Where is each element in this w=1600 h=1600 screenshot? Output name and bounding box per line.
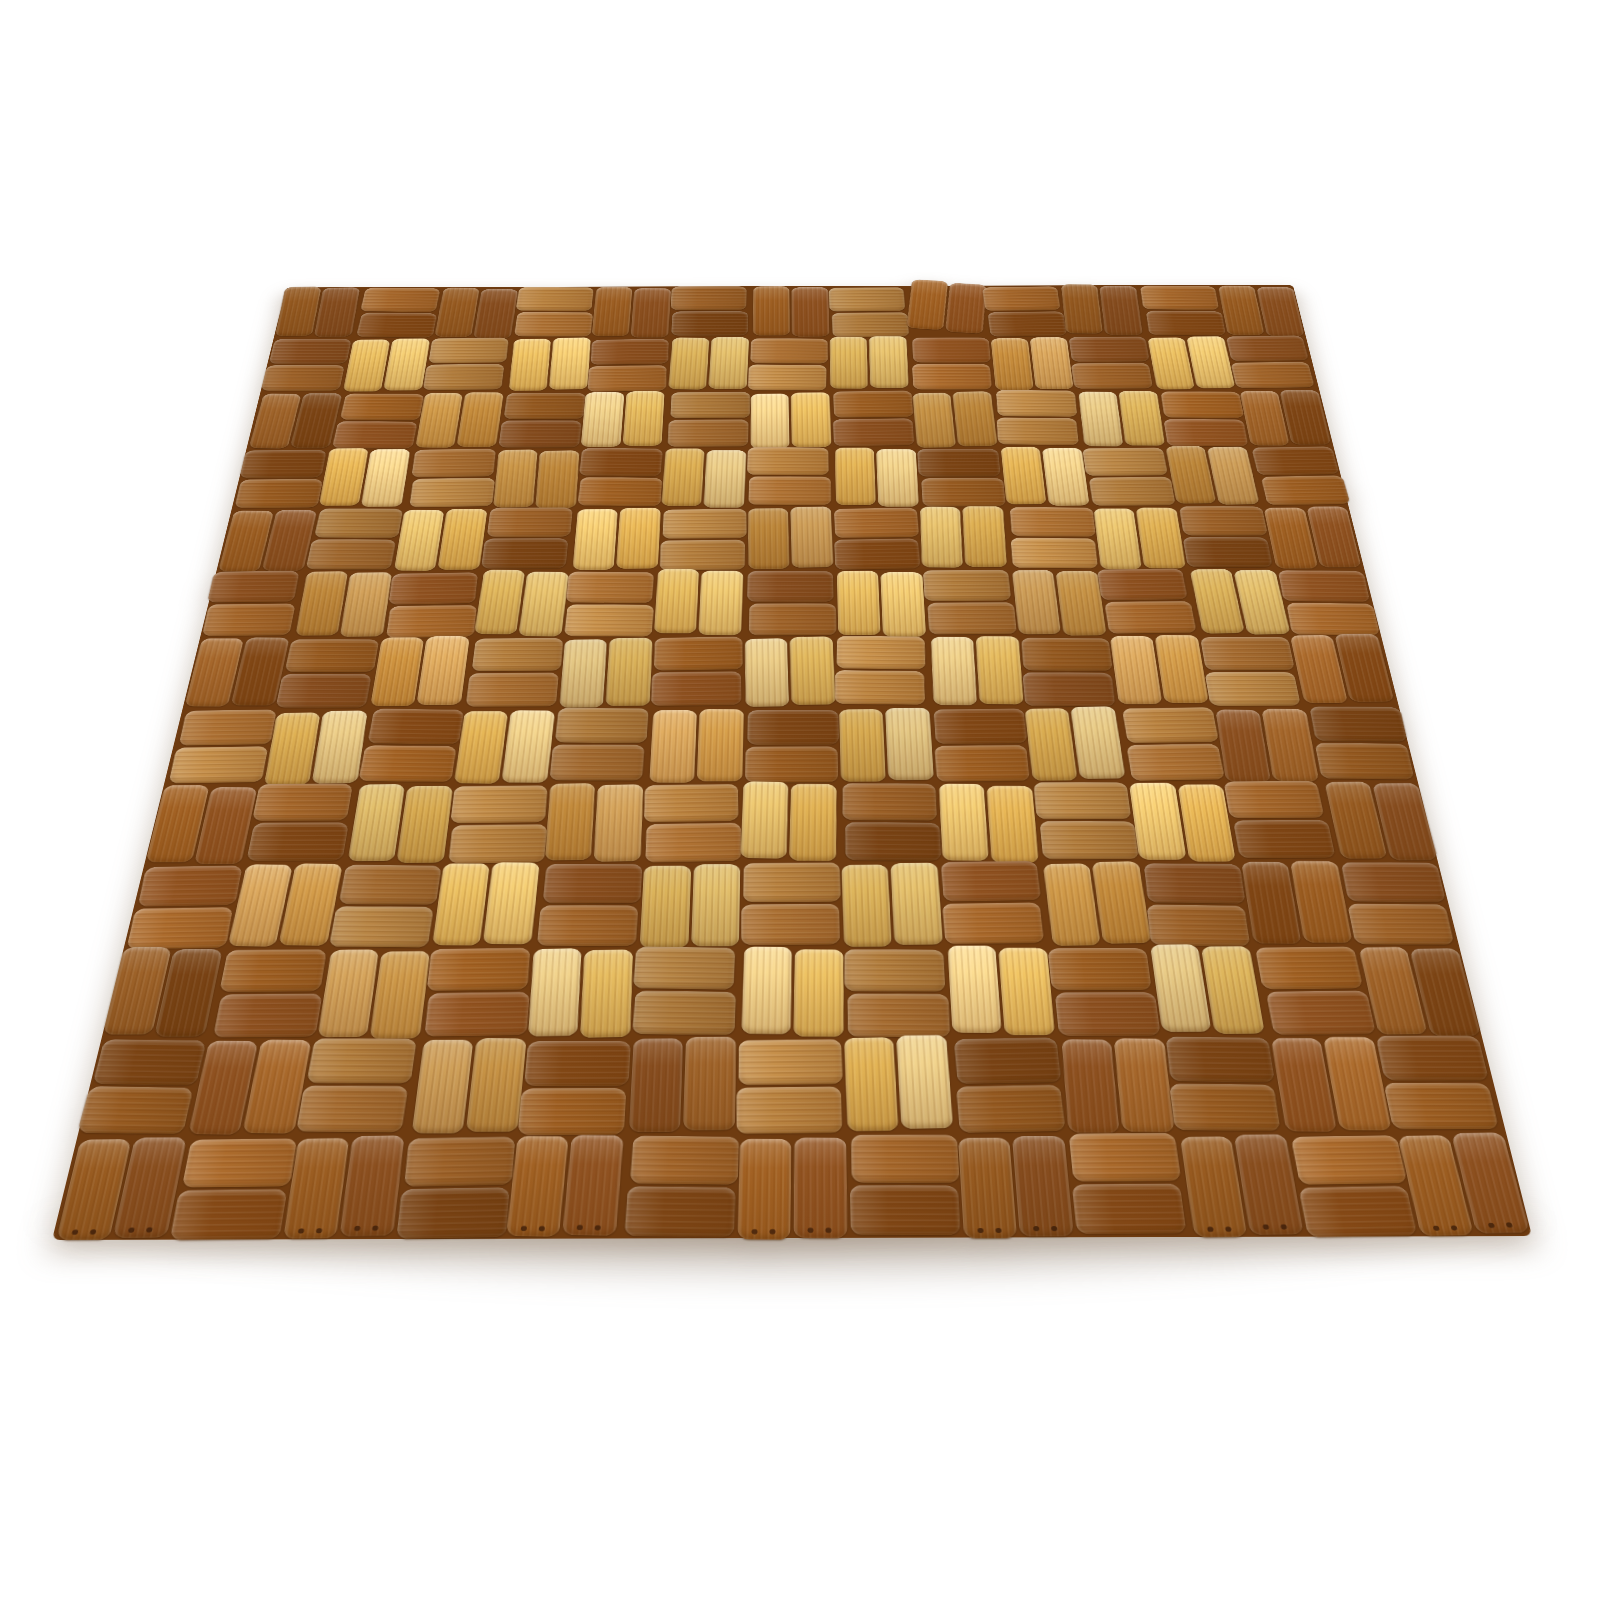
mat-cell (396, 1136, 513, 1239)
mat-cell (1066, 1133, 1186, 1234)
bamboo-slat (617, 508, 661, 569)
bamboo-slat (563, 1135, 624, 1236)
bamboo-slat (736, 1086, 842, 1134)
bamboo-slat (844, 949, 945, 992)
mat-cell (1141, 286, 1225, 336)
bamboo-slat (179, 709, 277, 745)
mat-cell (846, 949, 949, 1037)
mat-cell (508, 338, 590, 391)
mat-cell (528, 948, 633, 1038)
bamboo-slat (314, 509, 403, 539)
mat-cell (262, 339, 351, 391)
bamboo-slat (1000, 447, 1046, 505)
mat-cell (1324, 781, 1437, 859)
bamboo-slat (339, 1135, 404, 1236)
bamboo-slat (555, 708, 649, 743)
bamboo-slat (1061, 284, 1103, 334)
bamboo-slat (437, 509, 487, 570)
mat-cell (990, 338, 1074, 390)
bamboo-slat (851, 1135, 960, 1183)
mat-cell (747, 447, 830, 505)
bamboo-slat (483, 862, 540, 944)
bamboo-slat (506, 1136, 569, 1237)
bamboo-slat (737, 1139, 791, 1240)
mat-cell (668, 337, 749, 390)
mat-cell (1241, 861, 1353, 944)
mat-cell (1034, 782, 1137, 859)
bamboo-slat (1255, 946, 1363, 989)
bamboo-slat (219, 949, 327, 992)
bamboo-slat (1021, 638, 1113, 671)
bamboo-slat (234, 479, 323, 508)
mat-cell (493, 449, 580, 508)
bamboo-slat (934, 745, 1030, 782)
bamboo-slat (834, 508, 919, 539)
bamboo-slat (829, 287, 906, 311)
mat-cell (520, 1041, 631, 1135)
mat-cell (629, 1038, 736, 1132)
bamboo-slat (790, 783, 837, 861)
mat-cell (939, 861, 1044, 944)
bamboo-slat (1200, 637, 1295, 670)
bamboo-slat (1022, 673, 1115, 707)
bamboo-slat (1251, 446, 1339, 475)
mat-cell (434, 288, 518, 338)
bamboo-slat (508, 339, 551, 391)
bamboo-slat (654, 637, 743, 671)
bamboo-slat (833, 418, 915, 446)
mat-cell (748, 571, 836, 636)
bamboo-slat (940, 861, 1040, 902)
bamboo-slat (1179, 506, 1268, 535)
bamboo-slat (518, 572, 568, 637)
bamboo-mat (52, 285, 1532, 1240)
bamboo-slat (741, 946, 792, 1034)
mat-cell (983, 286, 1066, 336)
bamboo-slat (535, 450, 579, 508)
bamboo-slat (947, 945, 1002, 1033)
mat-cell (407, 449, 496, 508)
mat-cell (295, 572, 392, 638)
bamboo-slat (450, 785, 548, 823)
bamboo-slat (842, 783, 937, 821)
bamboo-slat (1140, 286, 1219, 310)
bamboo-slat (581, 949, 634, 1038)
bamboo-slat (1299, 1186, 1418, 1238)
bamboo-slat (644, 784, 738, 823)
bamboo-slat (876, 449, 918, 507)
mat-cell (573, 508, 661, 569)
mat-cell (446, 785, 548, 863)
mat-cell (201, 571, 301, 636)
mat-cell (1024, 706, 1125, 780)
bamboo-slat (956, 1085, 1066, 1133)
bamboo-slat (592, 287, 633, 336)
bamboo-slat (912, 338, 991, 363)
bamboo-slat (987, 311, 1067, 336)
bamboo-slat (1042, 863, 1100, 946)
bamboo-slat (1030, 337, 1074, 389)
bamboo-slat (660, 540, 745, 571)
bamboo-slat (409, 478, 495, 508)
bamboo-slat (869, 336, 908, 388)
bamboo-slat (1205, 672, 1301, 706)
bamboo-slat (835, 670, 925, 705)
bamboo-slat (912, 364, 992, 390)
bamboo-slat (338, 864, 441, 904)
mat-cell (347, 784, 453, 862)
bamboo-slat (630, 1136, 739, 1185)
bamboo-slat (920, 507, 963, 568)
mat-cell (188, 1040, 311, 1135)
bamboo-slat (1047, 948, 1152, 990)
bamboo-slat (645, 822, 741, 862)
bamboo-slat (845, 822, 941, 861)
bamboo-slat (1122, 707, 1219, 743)
bamboo-slat (850, 1185, 961, 1235)
bamboo-slat (261, 365, 345, 391)
bamboo-slat (753, 286, 790, 336)
bamboo-slat (631, 288, 671, 337)
bamboo-slat (996, 418, 1079, 446)
bamboo-slat (515, 287, 593, 311)
bamboo-slat (1079, 392, 1125, 447)
mat-cell (1215, 708, 1319, 782)
mat-cell (1218, 286, 1304, 336)
bamboo-slat (632, 990, 736, 1035)
bamboo-slat (386, 605, 477, 638)
bamboo-slat (1061, 1039, 1120, 1133)
bamboo-slat (1089, 477, 1176, 506)
bamboo-slat (791, 392, 831, 447)
bamboo-slat (890, 862, 943, 945)
bamboo-slat (360, 288, 440, 312)
mat-cell (1159, 391, 1249, 446)
bamboo-slat (77, 1086, 193, 1134)
bamboo-slat (524, 1041, 631, 1086)
bamboo-slat (745, 746, 838, 782)
mat-cell (849, 1135, 960, 1236)
mat-cell (640, 865, 740, 947)
mat-cell (831, 391, 914, 447)
bamboo-slat (1147, 904, 1251, 946)
bamboo-slat (633, 946, 735, 989)
mat-cell (931, 637, 1024, 706)
bamboo-slat (340, 572, 392, 637)
mat-cell (1376, 1035, 1501, 1129)
mat-cell (423, 947, 532, 1036)
mat-cell (1264, 507, 1362, 568)
bamboo-slat (284, 640, 379, 673)
bamboo-slat (343, 339, 391, 391)
bamboo-slat (1224, 781, 1325, 819)
bamboo-slat (1226, 335, 1309, 361)
bamboo-slat (1114, 1038, 1175, 1132)
mat-cell (245, 783, 354, 860)
bamboo-slat (239, 450, 326, 478)
mat-grid (52, 285, 1532, 1240)
mat-cell (424, 338, 509, 391)
mat-cell (661, 509, 746, 571)
mat-cell (264, 710, 368, 784)
mat-cell (1049, 948, 1160, 1036)
bamboo-slat (126, 907, 233, 949)
bamboo-slat (684, 1036, 737, 1130)
bamboo-slat (498, 421, 581, 448)
mat-cell (513, 287, 595, 337)
mat-cell (947, 947, 1054, 1035)
mat-cell (318, 448, 410, 506)
bamboo-slat (1129, 782, 1186, 859)
bamboo-slat (945, 283, 986, 334)
mat-cell (745, 710, 838, 783)
mat-cell (1257, 946, 1376, 1035)
mat-cell (1180, 1134, 1305, 1236)
bamboo-slat (411, 449, 496, 478)
mat-cell (275, 287, 360, 337)
bamboo-slat (917, 449, 1000, 477)
bamboo-slat (471, 638, 563, 671)
bamboo-slat (370, 951, 430, 1039)
mat-cell (127, 865, 241, 949)
mat-cell (1166, 1036, 1283, 1131)
bamboo-slat (649, 710, 697, 783)
bamboo-slat (578, 477, 663, 506)
mat-cell (297, 1038, 416, 1132)
bamboo-slat (748, 476, 831, 505)
mat-cell (1147, 337, 1235, 390)
bamboo-slat (550, 744, 645, 780)
mat-cell (283, 1135, 404, 1237)
bamboo-slat (1091, 861, 1151, 944)
mat-cell (432, 862, 540, 945)
bamboo-slat (493, 450, 538, 508)
bamboo-slat (962, 506, 1006, 567)
mat-cell (550, 708, 648, 781)
mat-cell (1121, 707, 1226, 781)
mat-cell (1359, 947, 1482, 1036)
mat-cell (1190, 569, 1291, 635)
mat-cell (1094, 508, 1187, 569)
bamboo-slat (340, 393, 425, 420)
mat-cell (1271, 1038, 1392, 1132)
bamboo-slat (906, 279, 948, 330)
bamboo-slat (1110, 636, 1163, 704)
mat-cell (454, 709, 555, 782)
bamboo-slat (329, 906, 434, 948)
bamboo-slat (356, 313, 437, 338)
bamboo-slat (691, 864, 741, 946)
bamboo-slat (1144, 863, 1246, 904)
mat-cell (538, 864, 642, 946)
bamboo-slat (269, 339, 352, 364)
bamboo-slat (314, 287, 360, 337)
bamboo-slat (1166, 1036, 1276, 1082)
bamboo-slat (837, 636, 926, 670)
mat-cell (102, 948, 223, 1036)
bamboo-slat (748, 508, 790, 569)
bamboo-slat (927, 602, 1017, 634)
bamboo-slat (347, 784, 405, 861)
bamboo-slat (1042, 448, 1090, 506)
bamboo-slat (750, 338, 828, 364)
bamboo-slat (606, 638, 653, 707)
mat-cell (370, 638, 469, 706)
bamboo-slat (987, 785, 1039, 862)
bamboo-slat (1146, 311, 1226, 336)
bamboo-slat (594, 784, 643, 862)
mat-cell (184, 638, 289, 707)
bamboo-slat (745, 638, 790, 707)
mat-cell (994, 390, 1078, 445)
mat-cell (749, 338, 828, 390)
bamboo-slat (709, 337, 750, 389)
bamboo-slat (474, 570, 526, 635)
bamboo-slat (581, 392, 624, 447)
mat-cell (912, 391, 998, 447)
bamboo-slat (794, 949, 844, 1037)
bamboo-slat (1286, 603, 1380, 636)
mat-cell (1290, 635, 1395, 704)
mat-cell (738, 1039, 844, 1134)
mat-cell (1110, 636, 1209, 704)
bamboo-slat (697, 709, 744, 782)
bamboo-slat (942, 902, 1044, 944)
bamboo-slat (1261, 476, 1351, 506)
bamboo-slat (1010, 538, 1098, 569)
bamboo-slat (1105, 601, 1197, 634)
bamboo-slat (1347, 903, 1454, 944)
mat-cell (1178, 506, 1273, 567)
bamboo-slat (896, 1035, 953, 1129)
mat-cell (740, 782, 836, 860)
bamboo-slat (671, 311, 748, 336)
mat-cell (931, 708, 1029, 781)
bamboo-slat (668, 337, 710, 389)
bamboo-slat (1266, 990, 1376, 1034)
bamboo-slat (1024, 708, 1078, 781)
bamboo-slat (1097, 569, 1188, 601)
bamboo-slat (1231, 362, 1315, 389)
bamboo-slat (670, 392, 750, 419)
bamboo-slat (543, 864, 643, 903)
mat-cell (668, 392, 749, 447)
mat-cell (1143, 863, 1252, 946)
bamboo-slat (1233, 819, 1336, 858)
mat-cell (249, 393, 342, 449)
mat-cell (671, 286, 748, 336)
bamboo-slat (481, 538, 569, 568)
mat-cell (1042, 862, 1151, 946)
mat-cell (624, 1136, 737, 1238)
bamboo-slat (411, 1040, 474, 1134)
bamboo-slat (1183, 537, 1273, 567)
mat-cell (1078, 391, 1165, 446)
bamboo-slat (424, 992, 530, 1037)
bamboo-slat (654, 569, 700, 634)
bamboo-slat (138, 865, 243, 906)
mat-cell (343, 339, 430, 391)
bamboo-slat (1127, 743, 1226, 780)
bamboo-slat (740, 781, 788, 858)
bamboo-slat (958, 1138, 1018, 1239)
bamboo-slat (996, 390, 1077, 417)
bamboo-slat (1009, 507, 1095, 537)
bamboo-slat (794, 1137, 847, 1238)
bamboo-slat (976, 636, 1024, 705)
bamboo-slat (332, 421, 418, 449)
mat-cell (654, 570, 744, 635)
bamboo-slat (367, 708, 464, 744)
mat-cell (411, 1040, 526, 1134)
bamboo-slat (1383, 1083, 1499, 1130)
bamboo-slat (1278, 570, 1370, 602)
mat-cell (145, 786, 257, 863)
mat-cell (1239, 390, 1331, 445)
bamboo-slat (207, 571, 300, 603)
bamboo-slat (1376, 1035, 1489, 1080)
bamboo-slat (704, 450, 747, 508)
bamboo-slat (370, 638, 424, 706)
mat-cell (644, 784, 740, 863)
mat-cell (394, 509, 488, 570)
bamboo-slat (663, 509, 747, 539)
bamboo-slat (748, 365, 827, 391)
bamboo-slat (1161, 391, 1245, 418)
bamboo-slat (954, 1037, 1062, 1084)
bamboo-slat (923, 570, 1011, 601)
mat-cell (837, 572, 926, 637)
bamboo-slat (651, 671, 741, 706)
mat-cell (358, 708, 462, 782)
bamboo-slat (1201, 946, 1265, 1034)
bamboo-slat (629, 1038, 683, 1132)
mat-cell (742, 862, 841, 945)
mat-cell (751, 392, 832, 447)
bamboo-slat (622, 391, 664, 446)
bamboo-slat (1039, 821, 1138, 859)
bamboo-slat (545, 783, 596, 861)
bamboo-slat (881, 572, 926, 637)
bamboo-slat (624, 1186, 735, 1237)
bamboo-slat (885, 707, 934, 780)
bamboo-slat (168, 746, 268, 783)
bamboo-slat (1012, 1136, 1073, 1237)
mat-cell (833, 508, 921, 570)
mat-cell (473, 571, 568, 636)
bamboo-slat (1071, 363, 1153, 389)
mat-cell (1009, 507, 1099, 569)
bamboo-slat (1309, 706, 1408, 741)
bamboo-slat (169, 1189, 287, 1240)
mat-cell (212, 949, 329, 1037)
bamboo-slat (466, 1038, 527, 1132)
bamboo-slat (847, 993, 950, 1037)
mat-cell (1150, 945, 1265, 1033)
bamboo-slat (1068, 1133, 1181, 1182)
bamboo-slat (790, 637, 836, 706)
bamboo-slat (358, 745, 456, 782)
bamboo-slat (549, 337, 591, 389)
mat-cell (1069, 337, 1155, 389)
bamboo-slat (1082, 448, 1168, 476)
mat-cell (1200, 637, 1302, 706)
mat-cell (1279, 570, 1379, 635)
mat-cell (954, 1037, 1068, 1133)
mat-cell (481, 508, 572, 569)
mat-cell (1289, 1135, 1418, 1237)
mat-cell (835, 448, 919, 506)
